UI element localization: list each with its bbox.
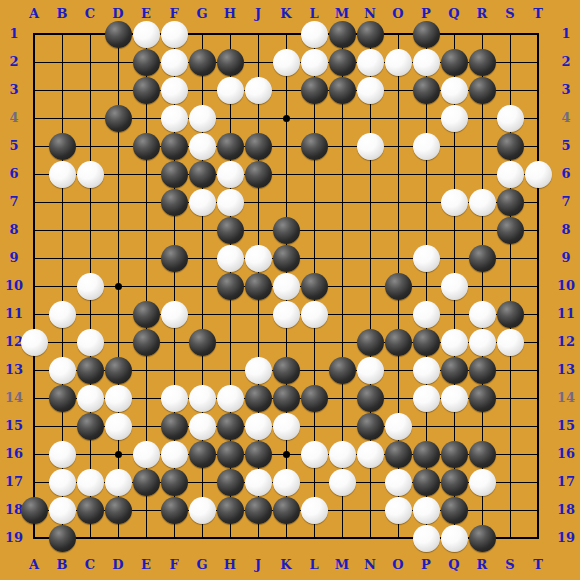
- intersection-Q10[interactable]: [440, 272, 468, 300]
- intersection-G10[interactable]: [188, 272, 216, 300]
- intersection-H13[interactable]: [216, 356, 244, 384]
- intersection-T5[interactable]: [524, 132, 552, 160]
- intersection-Q4[interactable]: [440, 104, 468, 132]
- intersection-Q13[interactable]: [440, 356, 468, 384]
- intersection-R15[interactable]: [468, 412, 496, 440]
- intersection-M5[interactable]: [328, 132, 356, 160]
- intersection-K6[interactable]: [272, 160, 300, 188]
- intersection-D11[interactable]: [104, 300, 132, 328]
- intersection-N16[interactable]: [356, 440, 384, 468]
- intersection-P7[interactable]: [412, 188, 440, 216]
- intersection-J2[interactable]: [244, 48, 272, 76]
- intersection-E10[interactable]: [132, 272, 160, 300]
- intersection-S9[interactable]: [496, 244, 524, 272]
- intersection-D7[interactable]: [104, 188, 132, 216]
- intersection-T3[interactable]: [524, 76, 552, 104]
- intersection-M1[interactable]: [328, 20, 356, 48]
- intersection-F8[interactable]: [160, 216, 188, 244]
- intersection-N14[interactable]: [356, 384, 384, 412]
- intersection-N18[interactable]: [356, 496, 384, 524]
- intersection-K8[interactable]: [272, 216, 300, 244]
- intersection-T10[interactable]: [524, 272, 552, 300]
- intersection-O5[interactable]: [384, 132, 412, 160]
- intersection-D10[interactable]: [104, 272, 132, 300]
- intersection-Q6[interactable]: [440, 160, 468, 188]
- intersection-D5[interactable]: [104, 132, 132, 160]
- intersection-N3[interactable]: [356, 76, 384, 104]
- intersection-C10[interactable]: [76, 272, 104, 300]
- intersection-T1[interactable]: [524, 20, 552, 48]
- intersection-G17[interactable]: [188, 468, 216, 496]
- intersection-L8[interactable]: [300, 216, 328, 244]
- intersection-R2[interactable]: [468, 48, 496, 76]
- intersection-B12[interactable]: [48, 328, 76, 356]
- intersection-T2[interactable]: [524, 48, 552, 76]
- intersection-Q19[interactable]: [440, 524, 468, 552]
- intersection-R10[interactable]: [468, 272, 496, 300]
- intersection-N8[interactable]: [356, 216, 384, 244]
- intersection-Q9[interactable]: [440, 244, 468, 272]
- intersection-R12[interactable]: [468, 328, 496, 356]
- intersection-M19[interactable]: [328, 524, 356, 552]
- intersection-B3[interactable]: [48, 76, 76, 104]
- intersection-F3[interactable]: [160, 76, 188, 104]
- intersection-H3[interactable]: [216, 76, 244, 104]
- intersection-E8[interactable]: [132, 216, 160, 244]
- intersection-E2[interactable]: [132, 48, 160, 76]
- intersection-K9[interactable]: [272, 244, 300, 272]
- intersection-E14[interactable]: [132, 384, 160, 412]
- intersection-A16[interactable]: [20, 440, 48, 468]
- intersection-E18[interactable]: [132, 496, 160, 524]
- intersection-O14[interactable]: [384, 384, 412, 412]
- intersection-B11[interactable]: [48, 300, 76, 328]
- intersection-H7[interactable]: [216, 188, 244, 216]
- intersection-M7[interactable]: [328, 188, 356, 216]
- intersection-E13[interactable]: [132, 356, 160, 384]
- intersection-Q18[interactable]: [440, 496, 468, 524]
- intersection-T7[interactable]: [524, 188, 552, 216]
- intersection-Q12[interactable]: [440, 328, 468, 356]
- intersection-N7[interactable]: [356, 188, 384, 216]
- intersection-B2[interactable]: [48, 48, 76, 76]
- intersection-E7[interactable]: [132, 188, 160, 216]
- intersection-S18[interactable]: [496, 496, 524, 524]
- intersection-B17[interactable]: [48, 468, 76, 496]
- intersection-R5[interactable]: [468, 132, 496, 160]
- intersection-A17[interactable]: [20, 468, 48, 496]
- intersection-B16[interactable]: [48, 440, 76, 468]
- intersection-L12[interactable]: [300, 328, 328, 356]
- intersection-L6[interactable]: [300, 160, 328, 188]
- intersection-F16[interactable]: [160, 440, 188, 468]
- intersection-H15[interactable]: [216, 412, 244, 440]
- intersection-N10[interactable]: [356, 272, 384, 300]
- intersection-G3[interactable]: [188, 76, 216, 104]
- intersection-F6[interactable]: [160, 160, 188, 188]
- intersection-B15[interactable]: [48, 412, 76, 440]
- intersection-B4[interactable]: [48, 104, 76, 132]
- intersection-E5[interactable]: [132, 132, 160, 160]
- intersection-R8[interactable]: [468, 216, 496, 244]
- intersection-D16[interactable]: [104, 440, 132, 468]
- intersection-C14[interactable]: [76, 384, 104, 412]
- intersection-K18[interactable]: [272, 496, 300, 524]
- intersection-K19[interactable]: [272, 524, 300, 552]
- intersection-S4[interactable]: [496, 104, 524, 132]
- intersection-S17[interactable]: [496, 468, 524, 496]
- intersection-T6[interactable]: [524, 160, 552, 188]
- intersection-R6[interactable]: [468, 160, 496, 188]
- intersection-H1[interactable]: [216, 20, 244, 48]
- intersection-N4[interactable]: [356, 104, 384, 132]
- intersection-N15[interactable]: [356, 412, 384, 440]
- intersection-D12[interactable]: [104, 328, 132, 356]
- intersection-L16[interactable]: [300, 440, 328, 468]
- intersection-Q17[interactable]: [440, 468, 468, 496]
- intersection-H19[interactable]: [216, 524, 244, 552]
- intersection-G13[interactable]: [188, 356, 216, 384]
- intersection-H2[interactable]: [216, 48, 244, 76]
- intersection-G8[interactable]: [188, 216, 216, 244]
- intersection-P3[interactable]: [412, 76, 440, 104]
- intersection-E1[interactable]: [132, 20, 160, 48]
- intersection-D9[interactable]: [104, 244, 132, 272]
- intersection-C17[interactable]: [76, 468, 104, 496]
- intersection-B1[interactable]: [48, 20, 76, 48]
- intersection-L18[interactable]: [300, 496, 328, 524]
- intersection-R19[interactable]: [468, 524, 496, 552]
- intersection-K10[interactable]: [272, 272, 300, 300]
- intersection-N19[interactable]: [356, 524, 384, 552]
- intersection-J16[interactable]: [244, 440, 272, 468]
- intersection-T11[interactable]: [524, 300, 552, 328]
- intersection-F9[interactable]: [160, 244, 188, 272]
- intersection-P10[interactable]: [412, 272, 440, 300]
- intersection-Q16[interactable]: [440, 440, 468, 468]
- intersection-N5[interactable]: [356, 132, 384, 160]
- intersection-E12[interactable]: [132, 328, 160, 356]
- intersection-K2[interactable]: [272, 48, 300, 76]
- intersection-K4[interactable]: [272, 104, 300, 132]
- intersection-A2[interactable]: [20, 48, 48, 76]
- intersection-S12[interactable]: [496, 328, 524, 356]
- intersection-H5[interactable]: [216, 132, 244, 160]
- intersection-E9[interactable]: [132, 244, 160, 272]
- intersection-A18[interactable]: [20, 496, 48, 524]
- intersection-C19[interactable]: [76, 524, 104, 552]
- intersection-D2[interactable]: [104, 48, 132, 76]
- intersection-H8[interactable]: [216, 216, 244, 244]
- intersection-A13[interactable]: [20, 356, 48, 384]
- intersection-R9[interactable]: [468, 244, 496, 272]
- intersection-A1[interactable]: [20, 20, 48, 48]
- intersection-M12[interactable]: [328, 328, 356, 356]
- intersection-K14[interactable]: [272, 384, 300, 412]
- intersection-K5[interactable]: [272, 132, 300, 160]
- intersection-A4[interactable]: [20, 104, 48, 132]
- intersection-A10[interactable]: [20, 272, 48, 300]
- intersection-G1[interactable]: [188, 20, 216, 48]
- intersection-O3[interactable]: [384, 76, 412, 104]
- intersection-R3[interactable]: [468, 76, 496, 104]
- intersection-B19[interactable]: [48, 524, 76, 552]
- intersection-R7[interactable]: [468, 188, 496, 216]
- intersection-M13[interactable]: [328, 356, 356, 384]
- intersection-M15[interactable]: [328, 412, 356, 440]
- intersection-J4[interactable]: [244, 104, 272, 132]
- intersection-T13[interactable]: [524, 356, 552, 384]
- intersection-G7[interactable]: [188, 188, 216, 216]
- intersection-J8[interactable]: [244, 216, 272, 244]
- intersection-D17[interactable]: [104, 468, 132, 496]
- intersection-R13[interactable]: [468, 356, 496, 384]
- intersection-Q2[interactable]: [440, 48, 468, 76]
- intersection-G11[interactable]: [188, 300, 216, 328]
- intersection-Q5[interactable]: [440, 132, 468, 160]
- intersection-H18[interactable]: [216, 496, 244, 524]
- intersection-C16[interactable]: [76, 440, 104, 468]
- intersection-F11[interactable]: [160, 300, 188, 328]
- intersection-F18[interactable]: [160, 496, 188, 524]
- intersection-H14[interactable]: [216, 384, 244, 412]
- intersection-J7[interactable]: [244, 188, 272, 216]
- intersection-F12[interactable]: [160, 328, 188, 356]
- intersection-P8[interactable]: [412, 216, 440, 244]
- intersection-L4[interactable]: [300, 104, 328, 132]
- intersection-F10[interactable]: [160, 272, 188, 300]
- intersection-J5[interactable]: [244, 132, 272, 160]
- intersection-A9[interactable]: [20, 244, 48, 272]
- intersection-L15[interactable]: [300, 412, 328, 440]
- intersection-L17[interactable]: [300, 468, 328, 496]
- intersection-J13[interactable]: [244, 356, 272, 384]
- intersection-J1[interactable]: [244, 20, 272, 48]
- intersection-L13[interactable]: [300, 356, 328, 384]
- intersection-P15[interactable]: [412, 412, 440, 440]
- intersection-G6[interactable]: [188, 160, 216, 188]
- intersection-B18[interactable]: [48, 496, 76, 524]
- intersection-D3[interactable]: [104, 76, 132, 104]
- intersection-C2[interactable]: [76, 48, 104, 76]
- intersection-T18[interactable]: [524, 496, 552, 524]
- intersection-F2[interactable]: [160, 48, 188, 76]
- intersection-F17[interactable]: [160, 468, 188, 496]
- intersection-A5[interactable]: [20, 132, 48, 160]
- intersection-B10[interactable]: [48, 272, 76, 300]
- intersection-E15[interactable]: [132, 412, 160, 440]
- intersection-S5[interactable]: [496, 132, 524, 160]
- intersection-G15[interactable]: [188, 412, 216, 440]
- intersection-C6[interactable]: [76, 160, 104, 188]
- intersection-F4[interactable]: [160, 104, 188, 132]
- intersection-O2[interactable]: [384, 48, 412, 76]
- intersection-C9[interactable]: [76, 244, 104, 272]
- intersection-C1[interactable]: [76, 20, 104, 48]
- intersection-S10[interactable]: [496, 272, 524, 300]
- intersection-J12[interactable]: [244, 328, 272, 356]
- intersection-K11[interactable]: [272, 300, 300, 328]
- intersection-H4[interactable]: [216, 104, 244, 132]
- intersection-C11[interactable]: [76, 300, 104, 328]
- intersection-K1[interactable]: [272, 20, 300, 48]
- intersection-O19[interactable]: [384, 524, 412, 552]
- intersection-G12[interactable]: [188, 328, 216, 356]
- intersection-B5[interactable]: [48, 132, 76, 160]
- intersection-K17[interactable]: [272, 468, 300, 496]
- intersection-L9[interactable]: [300, 244, 328, 272]
- intersection-L10[interactable]: [300, 272, 328, 300]
- intersection-T17[interactable]: [524, 468, 552, 496]
- intersection-D6[interactable]: [104, 160, 132, 188]
- intersection-E17[interactable]: [132, 468, 160, 496]
- intersection-B13[interactable]: [48, 356, 76, 384]
- intersection-M10[interactable]: [328, 272, 356, 300]
- intersection-E19[interactable]: [132, 524, 160, 552]
- intersection-R16[interactable]: [468, 440, 496, 468]
- intersection-B6[interactable]: [48, 160, 76, 188]
- intersection-T19[interactable]: [524, 524, 552, 552]
- intersection-M17[interactable]: [328, 468, 356, 496]
- intersection-E6[interactable]: [132, 160, 160, 188]
- intersection-R18[interactable]: [468, 496, 496, 524]
- intersection-G16[interactable]: [188, 440, 216, 468]
- intersection-K13[interactable]: [272, 356, 300, 384]
- intersection-D18[interactable]: [104, 496, 132, 524]
- intersection-S7[interactable]: [496, 188, 524, 216]
- intersection-A3[interactable]: [20, 76, 48, 104]
- intersection-C13[interactable]: [76, 356, 104, 384]
- intersection-A11[interactable]: [20, 300, 48, 328]
- intersection-K12[interactable]: [272, 328, 300, 356]
- intersection-S14[interactable]: [496, 384, 524, 412]
- intersection-O8[interactable]: [384, 216, 412, 244]
- intersection-A12[interactable]: [20, 328, 48, 356]
- intersection-L11[interactable]: [300, 300, 328, 328]
- intersection-R17[interactable]: [468, 468, 496, 496]
- intersection-O4[interactable]: [384, 104, 412, 132]
- intersection-F7[interactable]: [160, 188, 188, 216]
- intersection-M11[interactable]: [328, 300, 356, 328]
- intersection-B7[interactable]: [48, 188, 76, 216]
- intersection-E3[interactable]: [132, 76, 160, 104]
- intersection-O13[interactable]: [384, 356, 412, 384]
- intersection-T15[interactable]: [524, 412, 552, 440]
- intersection-D13[interactable]: [104, 356, 132, 384]
- intersection-F19[interactable]: [160, 524, 188, 552]
- intersection-L2[interactable]: [300, 48, 328, 76]
- intersection-O11[interactable]: [384, 300, 412, 328]
- intersection-B9[interactable]: [48, 244, 76, 272]
- intersection-E16[interactable]: [132, 440, 160, 468]
- intersection-P11[interactable]: [412, 300, 440, 328]
- intersection-N12[interactable]: [356, 328, 384, 356]
- intersection-H16[interactable]: [216, 440, 244, 468]
- intersection-F14[interactable]: [160, 384, 188, 412]
- intersection-O12[interactable]: [384, 328, 412, 356]
- intersection-Q1[interactable]: [440, 20, 468, 48]
- intersection-M4[interactable]: [328, 104, 356, 132]
- intersection-O17[interactable]: [384, 468, 412, 496]
- intersection-D1[interactable]: [104, 20, 132, 48]
- intersection-L7[interactable]: [300, 188, 328, 216]
- intersection-J17[interactable]: [244, 468, 272, 496]
- intersection-A19[interactable]: [20, 524, 48, 552]
- intersection-O9[interactable]: [384, 244, 412, 272]
- intersection-D15[interactable]: [104, 412, 132, 440]
- intersection-D14[interactable]: [104, 384, 132, 412]
- intersection-R14[interactable]: [468, 384, 496, 412]
- intersection-A15[interactable]: [20, 412, 48, 440]
- intersection-G14[interactable]: [188, 384, 216, 412]
- intersection-O18[interactable]: [384, 496, 412, 524]
- intersection-P2[interactable]: [412, 48, 440, 76]
- intersection-O15[interactable]: [384, 412, 412, 440]
- intersection-J18[interactable]: [244, 496, 272, 524]
- intersection-Q11[interactable]: [440, 300, 468, 328]
- intersection-J14[interactable]: [244, 384, 272, 412]
- intersection-P18[interactable]: [412, 496, 440, 524]
- intersection-N13[interactable]: [356, 356, 384, 384]
- intersection-K15[interactable]: [272, 412, 300, 440]
- intersection-C18[interactable]: [76, 496, 104, 524]
- intersection-J9[interactable]: [244, 244, 272, 272]
- intersection-P12[interactable]: [412, 328, 440, 356]
- intersection-R11[interactable]: [468, 300, 496, 328]
- intersection-S6[interactable]: [496, 160, 524, 188]
- intersection-G2[interactable]: [188, 48, 216, 76]
- intersection-O6[interactable]: [384, 160, 412, 188]
- intersection-D4[interactable]: [104, 104, 132, 132]
- intersection-O1[interactable]: [384, 20, 412, 48]
- intersection-P16[interactable]: [412, 440, 440, 468]
- intersection-C5[interactable]: [76, 132, 104, 160]
- intersection-P19[interactable]: [412, 524, 440, 552]
- intersection-T16[interactable]: [524, 440, 552, 468]
- intersection-O16[interactable]: [384, 440, 412, 468]
- intersection-A6[interactable]: [20, 160, 48, 188]
- intersection-A14[interactable]: [20, 384, 48, 412]
- intersection-Q8[interactable]: [440, 216, 468, 244]
- intersection-E11[interactable]: [132, 300, 160, 328]
- intersection-M3[interactable]: [328, 76, 356, 104]
- intersection-C12[interactable]: [76, 328, 104, 356]
- intersection-J3[interactable]: [244, 76, 272, 104]
- intersection-J6[interactable]: [244, 160, 272, 188]
- intersection-N9[interactable]: [356, 244, 384, 272]
- intersection-P4[interactable]: [412, 104, 440, 132]
- intersection-S15[interactable]: [496, 412, 524, 440]
- intersection-T12[interactable]: [524, 328, 552, 356]
- intersection-F1[interactable]: [160, 20, 188, 48]
- intersection-B8[interactable]: [48, 216, 76, 244]
- intersection-F15[interactable]: [160, 412, 188, 440]
- intersection-L1[interactable]: [300, 20, 328, 48]
- intersection-F5[interactable]: [160, 132, 188, 160]
- intersection-P17[interactable]: [412, 468, 440, 496]
- intersection-H6[interactable]: [216, 160, 244, 188]
- intersection-S8[interactable]: [496, 216, 524, 244]
- intersection-S19[interactable]: [496, 524, 524, 552]
- intersection-C4[interactable]: [76, 104, 104, 132]
- intersection-S1[interactable]: [496, 20, 524, 48]
- intersection-S11[interactable]: [496, 300, 524, 328]
- intersection-M2[interactable]: [328, 48, 356, 76]
- intersection-T8[interactable]: [524, 216, 552, 244]
- intersection-P6[interactable]: [412, 160, 440, 188]
- intersection-S2[interactable]: [496, 48, 524, 76]
- intersection-L5[interactable]: [300, 132, 328, 160]
